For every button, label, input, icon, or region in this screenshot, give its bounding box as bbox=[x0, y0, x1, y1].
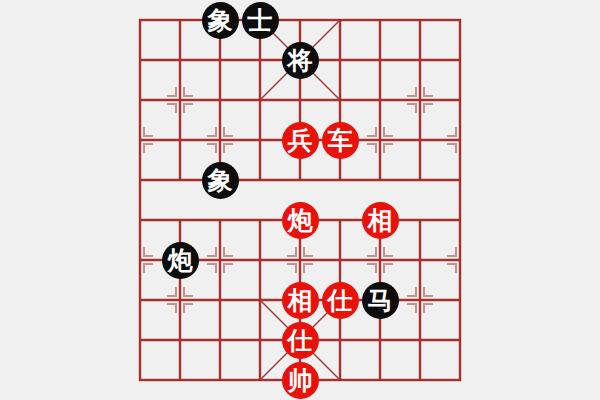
pieces-layer[interactable]: 象士将象炮马兵车炮相相仕仕帅 bbox=[120, 0, 480, 400]
piece-red-king[interactable]: 帅 bbox=[282, 362, 319, 399]
piece-red-soldier[interactable]: 兵 bbox=[282, 122, 319, 159]
piece-black-general[interactable]: 将 bbox=[282, 42, 319, 79]
piece-red-cannon[interactable]: 炮 bbox=[282, 202, 319, 239]
piece-black-elephant[interactable]: 象 bbox=[202, 162, 239, 199]
piece-red-elephant[interactable]: 相 bbox=[362, 202, 399, 239]
piece-red-advisor[interactable]: 仕 bbox=[282, 322, 319, 359]
xiangqi-screenshot: 象士将象炮马兵车炮相相仕仕帅 bbox=[0, 0, 600, 400]
piece-black-elephant[interactable]: 象 bbox=[202, 2, 239, 39]
piece-black-cannon[interactable]: 炮 bbox=[162, 242, 199, 279]
piece-black-advisor[interactable]: 士 bbox=[242, 2, 279, 39]
piece-red-chariot[interactable]: 车 bbox=[322, 122, 359, 159]
piece-red-advisor[interactable]: 仕 bbox=[322, 282, 359, 319]
piece-black-horse[interactable]: 马 bbox=[362, 282, 399, 319]
piece-red-elephant[interactable]: 相 bbox=[282, 282, 319, 319]
